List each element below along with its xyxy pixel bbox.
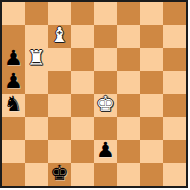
square-c7[interactable]: ♝: [48, 25, 71, 48]
white-rook: ♜: [27, 48, 46, 69]
square-g7[interactable]: [140, 25, 163, 48]
black-pawn: ♟: [96, 140, 115, 161]
square-e2[interactable]: ♟: [94, 140, 117, 163]
square-d2[interactable]: [71, 140, 94, 163]
square-f3[interactable]: [117, 117, 140, 140]
square-f4[interactable]: [117, 94, 140, 117]
square-f6[interactable]: [117, 48, 140, 71]
square-d1[interactable]: [71, 163, 94, 186]
square-b4[interactable]: [25, 94, 48, 117]
square-e8[interactable]: [94, 2, 117, 25]
square-g2[interactable]: [140, 140, 163, 163]
square-d4[interactable]: [71, 94, 94, 117]
square-d5[interactable]: [71, 71, 94, 94]
square-f5[interactable]: [117, 71, 140, 94]
square-h1[interactable]: [163, 163, 186, 186]
white-king: ♚: [96, 94, 115, 115]
black-pawn: ♟: [4, 71, 23, 92]
square-b8[interactable]: [25, 2, 48, 25]
square-e5[interactable]: [94, 71, 117, 94]
white-bishop: ♝: [50, 25, 69, 46]
square-a7[interactable]: [2, 25, 25, 48]
square-d8[interactable]: [71, 2, 94, 25]
square-a6[interactable]: ♟: [2, 48, 25, 71]
square-a3[interactable]: [2, 117, 25, 140]
black-knight: ♞: [4, 94, 23, 115]
square-a5[interactable]: ♟: [2, 71, 25, 94]
square-d3[interactable]: [71, 117, 94, 140]
square-e7[interactable]: [94, 25, 117, 48]
square-f8[interactable]: [117, 2, 140, 25]
square-g6[interactable]: [140, 48, 163, 71]
square-g8[interactable]: [140, 2, 163, 25]
square-c3[interactable]: [48, 117, 71, 140]
square-c6[interactable]: [48, 48, 71, 71]
square-c8[interactable]: [48, 2, 71, 25]
square-d7[interactable]: [71, 25, 94, 48]
square-b2[interactable]: [25, 140, 48, 163]
square-c5[interactable]: [48, 71, 71, 94]
square-a8[interactable]: [2, 2, 25, 25]
square-e4[interactable]: ♚: [94, 94, 117, 117]
square-h6[interactable]: [163, 48, 186, 71]
square-a1[interactable]: [2, 163, 25, 186]
square-c4[interactable]: [48, 94, 71, 117]
square-h3[interactable]: [163, 117, 186, 140]
square-a4[interactable]: ♞: [2, 94, 25, 117]
square-g3[interactable]: [140, 117, 163, 140]
square-d6[interactable]: [71, 48, 94, 71]
square-f7[interactable]: [117, 25, 140, 48]
square-f1[interactable]: [117, 163, 140, 186]
square-f2[interactable]: [117, 140, 140, 163]
square-b5[interactable]: [25, 71, 48, 94]
square-e6[interactable]: [94, 48, 117, 71]
square-h4[interactable]: [163, 94, 186, 117]
square-b6[interactable]: ♜: [25, 48, 48, 71]
square-g4[interactable]: [140, 94, 163, 117]
square-h2[interactable]: [163, 140, 186, 163]
square-c1[interactable]: ♚: [48, 163, 71, 186]
square-h7[interactable]: [163, 25, 186, 48]
square-c2[interactable]: [48, 140, 71, 163]
square-g5[interactable]: [140, 71, 163, 94]
square-b7[interactable]: [25, 25, 48, 48]
chess-board-frame: ♝♟♜♟♞♚♟♚: [0, 0, 188, 188]
square-e3[interactable]: [94, 117, 117, 140]
square-h8[interactable]: [163, 2, 186, 25]
chess-board: ♝♟♜♟♞♚♟♚: [2, 2, 186, 186]
black-pawn: ♟: [4, 48, 23, 69]
square-b1[interactable]: [25, 163, 48, 186]
square-g1[interactable]: [140, 163, 163, 186]
square-a2[interactable]: [2, 140, 25, 163]
black-king: ♚: [50, 163, 69, 184]
square-b3[interactable]: [25, 117, 48, 140]
square-e1[interactable]: [94, 163, 117, 186]
square-h5[interactable]: [163, 71, 186, 94]
